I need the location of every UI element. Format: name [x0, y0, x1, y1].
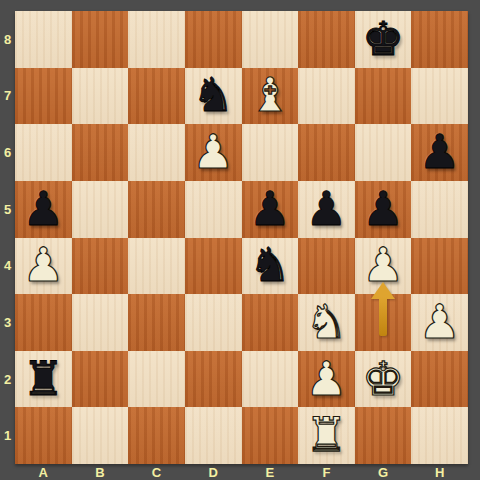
square-b3[interactable] — [72, 294, 129, 351]
white-pawn-d6[interactable]: ♟ — [192, 128, 234, 175]
black-pawn-g5[interactable]: ♟ — [362, 185, 404, 232]
square-f4[interactable] — [298, 238, 355, 295]
square-g3[interactable] — [355, 294, 412, 351]
black-pawn-h6[interactable]: ♟ — [419, 128, 461, 175]
square-e8[interactable] — [242, 11, 299, 68]
black-knight-d7[interactable]: ♞ — [192, 71, 234, 118]
square-c6[interactable] — [128, 124, 185, 181]
square-e4[interactable]: ♞ — [242, 238, 299, 295]
square-h5[interactable] — [411, 181, 468, 238]
square-a2[interactable]: ♜ — [15, 351, 72, 408]
black-pawn-a5[interactable]: ♟ — [22, 185, 64, 232]
square-f8[interactable] — [298, 11, 355, 68]
square-g1[interactable] — [355, 407, 412, 464]
square-g5[interactable]: ♟ — [355, 181, 412, 238]
rank-label-1: 1 — [0, 407, 15, 464]
square-b4[interactable] — [72, 238, 129, 295]
rank-label-2: 2 — [0, 351, 15, 408]
square-d4[interactable] — [185, 238, 242, 295]
white-bishop-e7[interactable]: ♝ — [249, 71, 291, 118]
file-label-H: H — [411, 464, 468, 480]
square-h8[interactable] — [411, 11, 468, 68]
file-label-E: E — [242, 464, 299, 480]
rank-labels: 87654321 — [0, 11, 15, 464]
black-pawn-f5[interactable]: ♟ — [305, 185, 347, 232]
square-c4[interactable] — [128, 238, 185, 295]
chess-board[interactable]: ♚♞♝♟♟♟♟♟♟♟♞♟♞♟♜♟♚♜ — [15, 11, 468, 464]
square-b1[interactable] — [72, 407, 129, 464]
black-pawn-e5[interactable]: ♟ — [249, 185, 291, 232]
square-a5[interactable]: ♟ — [15, 181, 72, 238]
chess-diagram: 87654321 ♚♞♝♟♟♟♟♟♟♟♞♟♞♟♜♟♚♜ ABCDEFGH — [0, 0, 480, 480]
square-b5[interactable] — [72, 181, 129, 238]
square-e7[interactable]: ♝ — [242, 68, 299, 125]
square-d3[interactable] — [185, 294, 242, 351]
rank-label-5: 5 — [0, 181, 15, 238]
square-b8[interactable] — [72, 11, 129, 68]
black-king-g8[interactable]: ♚ — [362, 15, 404, 62]
square-d5[interactable] — [185, 181, 242, 238]
square-e1[interactable] — [242, 407, 299, 464]
square-d8[interactable] — [185, 11, 242, 68]
black-rook-a2[interactable]: ♜ — [22, 355, 64, 402]
square-f7[interactable] — [298, 68, 355, 125]
square-g6[interactable] — [355, 124, 412, 181]
rank-label-4: 4 — [0, 238, 15, 295]
square-h1[interactable] — [411, 407, 468, 464]
white-king-g2[interactable]: ♚ — [362, 355, 404, 402]
square-c1[interactable] — [128, 407, 185, 464]
square-e5[interactable]: ♟ — [242, 181, 299, 238]
square-d2[interactable] — [185, 351, 242, 408]
square-a3[interactable] — [15, 294, 72, 351]
square-d1[interactable] — [185, 407, 242, 464]
square-h7[interactable] — [411, 68, 468, 125]
square-h4[interactable] — [411, 238, 468, 295]
white-knight-f3[interactable]: ♞ — [305, 298, 347, 345]
square-e3[interactable] — [242, 294, 299, 351]
square-b7[interactable] — [72, 68, 129, 125]
square-h6[interactable]: ♟ — [411, 124, 468, 181]
square-d6[interactable]: ♟ — [185, 124, 242, 181]
square-d7[interactable]: ♞ — [185, 68, 242, 125]
square-f5[interactable]: ♟ — [298, 181, 355, 238]
square-b6[interactable] — [72, 124, 129, 181]
file-label-A: A — [15, 464, 72, 480]
rank-label-8: 8 — [0, 11, 15, 68]
square-e6[interactable] — [242, 124, 299, 181]
square-a1[interactable] — [15, 407, 72, 464]
square-c2[interactable] — [128, 351, 185, 408]
square-h2[interactable] — [411, 351, 468, 408]
square-c7[interactable] — [128, 68, 185, 125]
file-label-D: D — [185, 464, 242, 480]
rank-label-6: 6 — [0, 124, 15, 181]
file-label-B: B — [72, 464, 129, 480]
square-f1[interactable]: ♜ — [298, 407, 355, 464]
square-c3[interactable] — [128, 294, 185, 351]
white-pawn-a4[interactable]: ♟ — [22, 241, 64, 288]
file-label-G: G — [355, 464, 412, 480]
rank-label-3: 3 — [0, 294, 15, 351]
square-a6[interactable] — [15, 124, 72, 181]
black-knight-e4[interactable]: ♞ — [249, 241, 291, 288]
square-a4[interactable]: ♟ — [15, 238, 72, 295]
square-c5[interactable] — [128, 181, 185, 238]
white-rook-f1[interactable]: ♜ — [305, 411, 347, 458]
square-f3[interactable]: ♞ — [298, 294, 355, 351]
white-pawn-f2[interactable]: ♟ — [305, 355, 347, 402]
square-f6[interactable] — [298, 124, 355, 181]
square-a8[interactable] — [15, 11, 72, 68]
square-g4[interactable]: ♟ — [355, 238, 412, 295]
white-pawn-g4[interactable]: ♟ — [362, 241, 404, 288]
square-c8[interactable] — [128, 11, 185, 68]
square-a7[interactable] — [15, 68, 72, 125]
file-label-F: F — [298, 464, 355, 480]
file-label-C: C — [128, 464, 185, 480]
square-g7[interactable] — [355, 68, 412, 125]
square-b2[interactable] — [72, 351, 129, 408]
rank-label-7: 7 — [0, 68, 15, 125]
square-e2[interactable] — [242, 351, 299, 408]
square-f2[interactable]: ♟ — [298, 351, 355, 408]
white-pawn-h3[interactable]: ♟ — [419, 298, 461, 345]
square-g2[interactable]: ♚ — [355, 351, 412, 408]
file-labels: ABCDEFGH — [15, 464, 468, 480]
square-g8[interactable]: ♚ — [355, 11, 412, 68]
square-h3[interactable]: ♟ — [411, 294, 468, 351]
